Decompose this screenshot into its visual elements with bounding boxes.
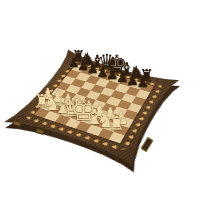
- board-top-layer: [0, 0, 200, 200]
- board-assembly: ♜♞♝♛♚♝♞♜♟♟♟♟♟♟♟♟♟♟♟♟♟♟♟♟♜♞♝♛♚♝♞♜: [0, 0, 200, 200]
- chess-set-product-photo: ♜♞♝♛♚♝♞♜♟♟♟♟♟♟♟♟♟♟♟♟♟♟♟♟♜♞♝♛♚♝♞♜: [0, 0, 200, 200]
- chess-board: [2, 49, 181, 168]
